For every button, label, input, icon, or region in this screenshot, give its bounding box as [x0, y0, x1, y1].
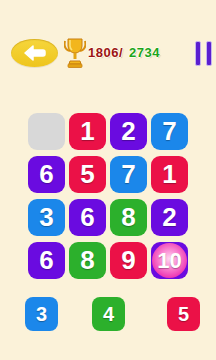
trophy-icon — [64, 37, 86, 69]
score-target: 2734 — [129, 45, 160, 60]
back-button[interactable] — [11, 39, 58, 67]
board-cell-r1c3[interactable]: 2 — [110, 113, 147, 150]
board-cell-r1c1-empty[interactable] — [28, 113, 65, 150]
board-cell-r2c4[interactable]: 1 — [151, 156, 188, 193]
cell-number: 2 — [162, 202, 176, 233]
cell-number: 5 — [80, 159, 94, 190]
cell-number: 6 — [39, 245, 53, 276]
score-display: 1806/2734 — [88, 45, 160, 60]
cell-number: 1 — [80, 116, 94, 147]
board-cell-r2c1[interactable]: 6 — [28, 156, 65, 193]
pause-button[interactable] — [195, 41, 212, 67]
board-cell-r4c4[interactable]: 10 — [151, 242, 188, 279]
board-cell-r4c3[interactable]: 9 — [110, 242, 147, 279]
back-arrow-icon — [23, 45, 47, 61]
board-cell-r3c4[interactable]: 2 — [151, 199, 188, 236]
tray-tile-5[interactable]: 5 — [167, 297, 200, 331]
cell-number: 3 — [39, 202, 53, 233]
cell-number: 6 — [39, 159, 53, 190]
cell-number: 7 — [121, 159, 135, 190]
board: 1276571368268910 — [28, 113, 188, 279]
tray-tile-3[interactable]: 3 — [25, 297, 58, 331]
cell-number: 6 — [80, 202, 94, 233]
cell-number: 1 — [162, 159, 176, 190]
cell-number: 7 — [162, 116, 176, 147]
board-cell-r1c2[interactable]: 1 — [69, 113, 106, 150]
pause-icon — [206, 41, 212, 66]
tray-tile-4[interactable]: 4 — [92, 297, 125, 331]
cell-number: 8 — [80, 245, 94, 276]
board-cell-r3c1[interactable]: 3 — [28, 199, 65, 236]
board-cell-r1c4[interactable]: 7 — [151, 113, 188, 150]
board-cell-r2c3[interactable]: 7 — [110, 156, 147, 193]
pause-icon — [195, 41, 201, 66]
board-cell-r2c2[interactable]: 5 — [69, 156, 106, 193]
board-cell-r3c2[interactable]: 6 — [69, 199, 106, 236]
board-cell-r3c3[interactable]: 8 — [110, 199, 147, 236]
board-cell-r4c2[interactable]: 8 — [69, 242, 106, 279]
game-screen: 1806/2734 1276571368268910 345 — [0, 0, 216, 360]
cell-number: 9 — [121, 245, 135, 276]
cell-number: 2 — [121, 116, 135, 147]
cell-number: 10 — [157, 248, 181, 274]
score-current: 1806/ — [88, 45, 123, 60]
board-cell-r4c1[interactable]: 6 — [28, 242, 65, 279]
cell-number: 8 — [121, 202, 135, 233]
